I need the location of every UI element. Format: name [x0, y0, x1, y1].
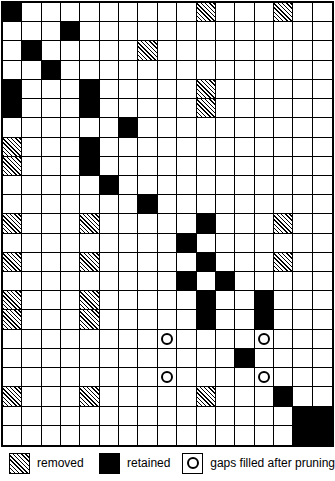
- cell-empty-r3c4: [61, 41, 80, 60]
- cell-empty-r21c8: [138, 387, 157, 406]
- cell-empty-r22c14: [255, 407, 274, 426]
- cell-empty-r19c3: [42, 349, 61, 368]
- cell-empty-r12c17: [313, 214, 332, 233]
- cell-empty-r10c16: [293, 176, 312, 195]
- cell-empty-r2c17: [313, 22, 332, 41]
- cell-empty-r13c13: [235, 234, 254, 253]
- cell-empty-r18c13: [235, 330, 254, 349]
- cell-empty-r22c6: [100, 407, 119, 426]
- cell-gap-r18c14: [255, 330, 274, 349]
- cell-empty-r2c7: [119, 22, 138, 41]
- cell-empty-r21c7: [119, 387, 138, 406]
- cell-empty-r16c12: [216, 291, 235, 310]
- cell-empty-r17c17: [313, 310, 332, 329]
- cell-empty-r14c9: [158, 253, 177, 272]
- cell-empty-r22c13: [235, 407, 254, 426]
- cell-removed-r16c1: [3, 291, 22, 310]
- cell-empty-r3c1: [3, 41, 22, 60]
- cell-empty-r7c4: [61, 118, 80, 137]
- cell-empty-r14c7: [119, 253, 138, 272]
- cell-empty-r8c17: [313, 138, 332, 157]
- cell-removed-r14c15: [274, 253, 293, 272]
- cell-removed-r14c5: [80, 253, 99, 272]
- cell-empty-r14c4: [61, 253, 80, 272]
- cell-empty-r8c15: [274, 138, 293, 157]
- retained-black-icon: [99, 453, 120, 474]
- cell-empty-r5c13: [235, 80, 254, 99]
- cell-empty-r1c10: [177, 3, 196, 22]
- cell-empty-r7c1: [3, 118, 22, 137]
- cell-empty-r18c17: [313, 330, 332, 349]
- cell-empty-r6c7: [119, 99, 138, 118]
- cell-empty-r2c15: [274, 22, 293, 41]
- cell-empty-r19c9: [158, 349, 177, 368]
- cell-empty-r16c13: [235, 291, 254, 310]
- cell-removed-r6c11: [197, 99, 216, 118]
- cell-empty-r3c17: [313, 41, 332, 60]
- cell-empty-r10c11: [197, 176, 216, 195]
- cell-retained-r5c1: [3, 80, 22, 99]
- cell-empty-r4c16: [293, 61, 312, 80]
- legend-item-removed: removed: [9, 453, 84, 474]
- cell-empty-r16c3: [42, 291, 61, 310]
- cell-empty-r14c2: [22, 253, 41, 272]
- cell-empty-r9c12: [216, 157, 235, 176]
- cell-retained-r21c15: [274, 387, 293, 406]
- cell-empty-r19c5: [80, 349, 99, 368]
- cell-empty-r18c15: [274, 330, 293, 349]
- cell-empty-r18c10: [177, 330, 196, 349]
- cell-empty-r13c4: [61, 234, 80, 253]
- cell-empty-r5c2: [22, 80, 41, 99]
- cell-empty-r22c11: [197, 407, 216, 426]
- cell-empty-r11c2: [22, 195, 41, 214]
- cell-empty-r21c13: [235, 387, 254, 406]
- cell-empty-r2c16: [293, 22, 312, 41]
- cell-empty-r5c9: [158, 80, 177, 99]
- cell-empty-r17c12: [216, 310, 235, 329]
- cell-empty-r9c14: [255, 157, 274, 176]
- cell-empty-r15c5: [80, 272, 99, 291]
- cell-empty-r9c7: [119, 157, 138, 176]
- cell-empty-r6c6: [100, 99, 119, 118]
- cell-empty-r7c14: [255, 118, 274, 137]
- cell-retained-r1c1: [3, 3, 22, 22]
- cell-empty-r16c15: [274, 291, 293, 310]
- cell-empty-r3c16: [293, 41, 312, 60]
- cell-empty-r11c15: [274, 195, 293, 214]
- cell-empty-r7c2: [22, 118, 41, 137]
- cell-empty-r3c5: [80, 41, 99, 60]
- cell-removed-r21c5: [80, 387, 99, 406]
- cell-empty-r19c6: [100, 349, 119, 368]
- cell-empty-r9c2: [22, 157, 41, 176]
- cell-empty-r7c5: [80, 118, 99, 137]
- cell-empty-r22c12: [216, 407, 235, 426]
- cell-empty-r10c3: [42, 176, 61, 195]
- cell-empty-r19c1: [3, 349, 22, 368]
- cell-empty-r9c3: [42, 157, 61, 176]
- cell-empty-r13c11: [197, 234, 216, 253]
- cell-empty-r11c17: [313, 195, 332, 214]
- cell-empty-r10c15: [274, 176, 293, 195]
- cell-retained-r2c4: [61, 22, 80, 41]
- cell-empty-r10c13: [235, 176, 254, 195]
- cell-empty-r15c3: [42, 272, 61, 291]
- cell-empty-r15c16: [293, 272, 312, 291]
- cell-removed-r12c15: [274, 214, 293, 233]
- cell-empty-r16c8: [138, 291, 157, 310]
- cell-empty-r22c1: [3, 407, 22, 426]
- cell-empty-r20c4: [61, 368, 80, 387]
- cell-empty-r7c10: [177, 118, 196, 137]
- cell-empty-r4c1: [3, 61, 22, 80]
- cell-empty-r5c8: [138, 80, 157, 99]
- cell-empty-r5c16: [293, 80, 312, 99]
- cell-empty-r12c13: [235, 214, 254, 233]
- cell-empty-r4c7: [119, 61, 138, 80]
- cell-empty-r4c2: [22, 61, 41, 80]
- cell-empty-r8c6: [100, 138, 119, 157]
- cell-empty-r17c4: [61, 310, 80, 329]
- cell-empty-r22c10: [177, 407, 196, 426]
- cell-empty-r11c10: [177, 195, 196, 214]
- cell-empty-r10c10: [177, 176, 196, 195]
- cell-empty-r20c8: [138, 368, 157, 387]
- cell-removed-r17c5: [80, 310, 99, 329]
- cell-empty-r11c13: [235, 195, 254, 214]
- cell-empty-r2c2: [22, 22, 41, 41]
- cell-gap-r20c9: [158, 368, 177, 387]
- cell-empty-r2c12: [216, 22, 235, 41]
- cell-retained-r23c17: [313, 426, 332, 445]
- cell-empty-r4c6: [100, 61, 119, 80]
- legend-item-gaps: gaps filled after pruning: [182, 453, 335, 474]
- cell-retained-r23c16: [293, 426, 312, 445]
- cell-retained-r8c5: [80, 138, 99, 157]
- cell-empty-r6c2: [22, 99, 41, 118]
- cell-empty-r23c6: [100, 426, 119, 445]
- cell-empty-r13c17: [313, 234, 332, 253]
- cell-empty-r20c17: [313, 368, 332, 387]
- cell-empty-r1c17: [313, 3, 332, 22]
- cell-removed-r8c1: [3, 138, 22, 157]
- cell-empty-r8c9: [158, 138, 177, 157]
- cell-empty-r7c6: [100, 118, 119, 137]
- cell-retained-r10c6: [100, 176, 119, 195]
- cell-empty-r12c12: [216, 214, 235, 233]
- cell-removed-r12c1: [3, 214, 22, 233]
- cell-retained-r19c13: [235, 349, 254, 368]
- cell-empty-r20c7: [119, 368, 138, 387]
- cell-empty-r19c7: [119, 349, 138, 368]
- cell-empty-r6c3: [42, 99, 61, 118]
- cell-empty-r23c1: [3, 426, 22, 445]
- cell-empty-r10c7: [119, 176, 138, 195]
- cell-empty-r2c13: [235, 22, 254, 41]
- cell-empty-r23c15: [274, 426, 293, 445]
- cell-empty-r15c15: [274, 272, 293, 291]
- cell-empty-r4c15: [274, 61, 293, 80]
- cell-empty-r4c13: [235, 61, 254, 80]
- cell-empty-r12c4: [61, 214, 80, 233]
- cell-empty-r23c2: [22, 426, 41, 445]
- cell-empty-r8c7: [119, 138, 138, 157]
- legend-label-gaps: gaps filled after pruning: [210, 456, 335, 470]
- cell-empty-r2c9: [158, 22, 177, 41]
- cell-empty-r5c12: [216, 80, 235, 99]
- cell-empty-r16c10: [177, 291, 196, 310]
- cell-empty-r2c6: [100, 22, 119, 41]
- cell-empty-r18c16: [293, 330, 312, 349]
- cell-empty-r11c1: [3, 195, 22, 214]
- cell-empty-r19c2: [22, 349, 41, 368]
- cell-empty-r21c6: [100, 387, 119, 406]
- cell-empty-r13c14: [255, 234, 274, 253]
- cell-empty-r23c11: [197, 426, 216, 445]
- cell-retained-r22c17: [313, 407, 332, 426]
- cell-retained-r4c3: [42, 61, 61, 80]
- cell-empty-r13c8: [138, 234, 157, 253]
- cell-removed-r16c5: [80, 291, 99, 310]
- cell-empty-r8c8: [138, 138, 157, 157]
- cell-empty-r17c6: [100, 310, 119, 329]
- cell-empty-r5c10: [177, 80, 196, 99]
- cell-empty-r14c16: [293, 253, 312, 272]
- cell-empty-r13c5: [80, 234, 99, 253]
- cell-empty-r18c1: [3, 330, 22, 349]
- cell-empty-r18c5: [80, 330, 99, 349]
- cell-empty-r11c3: [42, 195, 61, 214]
- cell-removed-r12c5: [80, 214, 99, 233]
- cell-empty-r10c5: [80, 176, 99, 195]
- gap-circle-icon: [258, 371, 270, 383]
- cell-empty-r2c1: [3, 22, 22, 41]
- cell-empty-r6c14: [255, 99, 274, 118]
- cell-empty-r3c11: [197, 41, 216, 60]
- cell-retained-r6c5: [80, 99, 99, 118]
- cell-removed-r1c11: [197, 3, 216, 22]
- cell-empty-r23c4: [61, 426, 80, 445]
- cell-empty-r15c1: [3, 272, 22, 291]
- cell-empty-r18c2: [22, 330, 41, 349]
- cell-empty-r21c17: [313, 387, 332, 406]
- cell-empty-r13c15: [274, 234, 293, 253]
- cell-retained-r22c16: [293, 407, 312, 426]
- cell-retained-r14c11: [197, 253, 216, 272]
- cell-empty-r20c10: [177, 368, 196, 387]
- cell-empty-r23c10: [177, 426, 196, 445]
- cell-empty-r20c6: [100, 368, 119, 387]
- cell-empty-r7c17: [313, 118, 332, 137]
- cell-removed-r5c11: [197, 80, 216, 99]
- cell-empty-r8c4: [61, 138, 80, 157]
- cell-empty-r3c7: [119, 41, 138, 60]
- cell-empty-r5c6: [100, 80, 119, 99]
- cell-retained-r16c14: [255, 291, 274, 310]
- cell-empty-r3c13: [235, 41, 254, 60]
- cell-empty-r14c10: [177, 253, 196, 272]
- cell-empty-r16c17: [313, 291, 332, 310]
- cell-empty-r6c10: [177, 99, 196, 118]
- cell-empty-r11c4: [61, 195, 80, 214]
- cell-empty-r1c14: [255, 3, 274, 22]
- cell-empty-r5c7: [119, 80, 138, 99]
- cell-empty-r17c8: [138, 310, 157, 329]
- legend-item-retained: retained: [99, 453, 170, 474]
- cell-empty-r18c12: [216, 330, 235, 349]
- gap-circle-icon: [161, 371, 173, 383]
- cell-empty-r8c14: [255, 138, 274, 157]
- cell-empty-r18c7: [119, 330, 138, 349]
- cell-empty-r3c6: [100, 41, 119, 60]
- cell-empty-r9c16: [293, 157, 312, 176]
- cell-empty-r19c16: [293, 349, 312, 368]
- cell-empty-r17c7: [119, 310, 138, 329]
- cell-empty-r13c9: [158, 234, 177, 253]
- cell-empty-r2c14: [255, 22, 274, 41]
- cell-empty-r20c13: [235, 368, 254, 387]
- cell-empty-r14c3: [42, 253, 61, 272]
- cell-empty-r17c3: [42, 310, 61, 329]
- cell-empty-r14c12: [216, 253, 235, 272]
- cell-empty-r21c10: [177, 387, 196, 406]
- cell-retained-r5c5: [80, 80, 99, 99]
- cell-empty-r7c13: [235, 118, 254, 137]
- cell-removed-r21c11: [197, 387, 216, 406]
- cell-empty-r22c5: [80, 407, 99, 426]
- cell-empty-r17c10: [177, 310, 196, 329]
- cell-empty-r7c9: [158, 118, 177, 137]
- cell-gap-r20c14: [255, 368, 274, 387]
- cell-removed-r1c15: [274, 3, 293, 22]
- cell-empty-r8c10: [177, 138, 196, 157]
- cell-empty-r15c6: [100, 272, 119, 291]
- cell-empty-r9c11: [197, 157, 216, 176]
- cell-empty-r23c13: [235, 426, 254, 445]
- cell-empty-r14c17: [313, 253, 332, 272]
- cell-empty-r4c9: [158, 61, 177, 80]
- cell-empty-r19c4: [61, 349, 80, 368]
- cell-empty-r23c8: [138, 426, 157, 445]
- cell-empty-r4c8: [138, 61, 157, 80]
- figure-page: removed retained gaps filled after pruni…: [0, 0, 335, 481]
- cell-empty-r21c14: [255, 387, 274, 406]
- cell-empty-r10c14: [255, 176, 274, 195]
- cell-empty-r12c14: [255, 214, 274, 233]
- cell-empty-r2c5: [80, 22, 99, 41]
- cell-empty-r8c12: [216, 138, 235, 157]
- cell-retained-r6c1: [3, 99, 22, 118]
- cell-empty-r6c12: [216, 99, 235, 118]
- cell-empty-r2c8: [138, 22, 157, 41]
- cell-retained-r13c10: [177, 234, 196, 253]
- cell-empty-r23c12: [216, 426, 235, 445]
- cell-empty-r3c10: [177, 41, 196, 60]
- cell-removed-r17c1: [3, 310, 22, 329]
- cell-retained-r16c11: [197, 291, 216, 310]
- cell-empty-r13c2: [22, 234, 41, 253]
- cell-empty-r12c3: [42, 214, 61, 233]
- cell-empty-r15c4: [61, 272, 80, 291]
- cell-empty-r4c4: [61, 61, 80, 80]
- cell-empty-r19c11: [197, 349, 216, 368]
- gap-circle-icon: [187, 457, 199, 469]
- cell-empty-r6c9: [158, 99, 177, 118]
- cell-empty-r14c14: [255, 253, 274, 272]
- cell-retained-r3c2: [22, 41, 41, 60]
- cell-empty-r8c13: [235, 138, 254, 157]
- cell-empty-r21c12: [216, 387, 235, 406]
- cell-empty-r4c12: [216, 61, 235, 80]
- cell-empty-r23c3: [42, 426, 61, 445]
- cell-empty-r20c12: [216, 368, 235, 387]
- cell-empty-r10c1: [3, 176, 22, 195]
- cell-empty-r1c5: [80, 3, 99, 22]
- cell-empty-r19c10: [177, 349, 196, 368]
- gap-circle-icon: [161, 333, 173, 345]
- cell-empty-r12c6: [100, 214, 119, 233]
- cell-empty-r14c13: [235, 253, 254, 272]
- cell-retained-r9c5: [80, 157, 99, 176]
- cell-empty-r7c8: [138, 118, 157, 137]
- cell-empty-r17c13: [235, 310, 254, 329]
- cell-empty-r20c3: [42, 368, 61, 387]
- legend: removed retained gaps filled after pruni…: [9, 451, 335, 475]
- cell-empty-r18c8: [138, 330, 157, 349]
- cell-empty-r3c12: [216, 41, 235, 60]
- cell-empty-r3c9: [158, 41, 177, 60]
- cell-empty-r1c9: [158, 3, 177, 22]
- cell-empty-r8c16: [293, 138, 312, 157]
- cell-empty-r13c3: [42, 234, 61, 253]
- cell-empty-r11c12: [216, 195, 235, 214]
- cell-empty-r21c4: [61, 387, 80, 406]
- cell-empty-r23c14: [255, 426, 274, 445]
- cell-empty-r9c6: [100, 157, 119, 176]
- cell-empty-r16c2: [22, 291, 41, 310]
- pruning-matrix-board: [1, 1, 334, 447]
- cell-empty-r4c10: [177, 61, 196, 80]
- cell-empty-r19c14: [255, 349, 274, 368]
- cell-empty-r5c15: [274, 80, 293, 99]
- cell-empty-r7c11: [197, 118, 216, 137]
- cell-empty-r12c9: [158, 214, 177, 233]
- cell-empty-r23c9: [158, 426, 177, 445]
- cell-empty-r9c8: [138, 157, 157, 176]
- cell-empty-r22c3: [42, 407, 61, 426]
- cell-empty-r15c14: [255, 272, 274, 291]
- cell-empty-r6c17: [313, 99, 332, 118]
- cell-empty-r18c3: [42, 330, 61, 349]
- cell-empty-r2c11: [197, 22, 216, 41]
- cell-empty-r20c1: [3, 368, 22, 387]
- cell-empty-r7c16: [293, 118, 312, 137]
- cell-empty-r16c9: [158, 291, 177, 310]
- cell-gap-r18c9: [158, 330, 177, 349]
- cell-empty-r22c9: [158, 407, 177, 426]
- cell-empty-r18c11: [197, 330, 216, 349]
- cell-empty-r8c2: [22, 138, 41, 157]
- cell-empty-r18c6: [100, 330, 119, 349]
- cell-empty-r3c14: [255, 41, 274, 60]
- cell-empty-r17c9: [158, 310, 177, 329]
- cell-empty-r6c15: [274, 99, 293, 118]
- cell-empty-r17c16: [293, 310, 312, 329]
- gap-circle-box-icon: [182, 453, 203, 474]
- cell-empty-r16c7: [119, 291, 138, 310]
- cell-retained-r11c8: [138, 195, 157, 214]
